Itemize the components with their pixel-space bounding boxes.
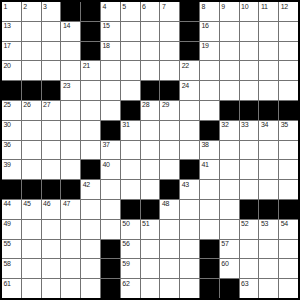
cell-r14c1[interactable]: 58 (2, 259, 21, 278)
cell-r8c2[interactable] (22, 141, 41, 160)
cell-r2c10 (180, 22, 199, 41)
cell-r7c6 (101, 121, 120, 140)
cell-r1c4 (61, 2, 80, 21)
cell-r5c6[interactable] (101, 81, 120, 100)
clue-number: 29 (162, 101, 169, 108)
clue-number: 17 (4, 42, 11, 49)
clue-number: 55 (4, 240, 11, 247)
cell-r5c15[interactable] (279, 81, 298, 100)
clue-number: 18 (102, 42, 109, 49)
cell-r3c9[interactable] (160, 42, 179, 61)
cell-r2c5 (81, 22, 100, 41)
clue-number: 42 (83, 181, 90, 188)
clue-number: 43 (182, 181, 189, 188)
cell-r9c7[interactable] (121, 160, 140, 179)
clue-number: 27 (43, 101, 50, 108)
cell-r8c8[interactable] (141, 141, 160, 160)
cell-r5c7[interactable] (121, 81, 140, 100)
clue-number: 28 (142, 101, 149, 108)
cell-r10c1 (2, 180, 21, 199)
cell-r13c13[interactable] (240, 240, 259, 259)
cell-r14c3[interactable] (42, 259, 61, 278)
cell-r4c15[interactable] (279, 61, 298, 80)
cell-r10c12[interactable] (220, 180, 239, 199)
cell-r15c10[interactable] (180, 279, 199, 298)
cell-r5c2 (22, 81, 41, 100)
clue-number: 36 (4, 141, 11, 148)
clue-number: 63 (241, 280, 248, 287)
cell-r4c14[interactable] (259, 61, 278, 80)
cell-r11c8 (141, 200, 160, 219)
cell-r3c12[interactable] (220, 42, 239, 61)
cell-r9c13[interactable] (240, 160, 259, 179)
cell-r12c3[interactable] (42, 220, 61, 239)
cell-r14c10[interactable] (180, 259, 199, 278)
clue-number: 10 (241, 3, 248, 10)
cell-r2c8[interactable] (141, 22, 160, 41)
cell-r6c4[interactable] (61, 101, 80, 120)
clue-number: 25 (4, 101, 11, 108)
cell-r7c5[interactable] (81, 121, 100, 140)
cell-r6c12 (220, 101, 239, 120)
cell-r6c2[interactable]: 26 (22, 101, 41, 120)
cell-r3c8[interactable] (141, 42, 160, 61)
cell-r3c1[interactable]: 17 (2, 42, 21, 61)
cell-r15c3[interactable] (42, 279, 61, 298)
clue-number: 6 (142, 3, 146, 10)
clue-number: 3 (43, 3, 47, 10)
cell-r12c12[interactable] (220, 220, 239, 239)
cell-r12c8[interactable]: 51 (141, 220, 160, 239)
cell-r8c14[interactable] (259, 141, 278, 160)
cell-r13c9[interactable] (160, 240, 179, 259)
cell-r10c8[interactable] (141, 180, 160, 199)
cell-r15c2[interactable] (22, 279, 41, 298)
cell-r2c1[interactable]: 13 (2, 22, 21, 41)
cell-r13c14[interactable] (259, 240, 278, 259)
cell-r5c11[interactable] (200, 81, 219, 100)
cell-r7c11 (200, 121, 219, 140)
cell-r13c11 (200, 240, 219, 259)
cell-r1c6[interactable]: 4 (101, 2, 120, 21)
cell-r7c10[interactable] (180, 121, 199, 140)
cell-r2c11[interactable]: 16 (200, 22, 219, 41)
crossword-grid: 1234567891011121314151617181920212223242… (0, 0, 300, 300)
cell-r14c8[interactable] (141, 259, 160, 278)
cell-r12c4[interactable] (61, 220, 80, 239)
cell-r13c15[interactable] (279, 240, 298, 259)
cell-r15c14[interactable] (259, 279, 278, 298)
cell-r5c4[interactable]: 23 (61, 81, 80, 100)
clue-number: 21 (83, 62, 90, 69)
cell-r3c4[interactable] (61, 42, 80, 61)
cell-r6c15 (279, 101, 298, 120)
clue-number: 60 (221, 260, 228, 267)
cell-r10c3 (42, 180, 61, 199)
cell-r12c11[interactable] (200, 220, 219, 239)
cell-r9c9[interactable] (160, 160, 179, 179)
clue-number: 15 (102, 22, 109, 29)
cell-r13c1[interactable]: 55 (2, 240, 21, 259)
cell-r14c12[interactable]: 60 (220, 259, 239, 278)
clue-number: 14 (63, 22, 70, 29)
cell-r7c4[interactable] (61, 121, 80, 140)
clue-number: 62 (122, 280, 129, 287)
cell-r3c15[interactable] (279, 42, 298, 61)
cell-r5c13[interactable] (240, 81, 259, 100)
clue-number: 9 (221, 3, 225, 10)
cell-r3c14[interactable] (259, 42, 278, 61)
cell-r12c14[interactable]: 53 (259, 220, 278, 239)
cell-r10c14[interactable] (259, 180, 278, 199)
cell-r14c7[interactable]: 59 (121, 259, 140, 278)
cell-r10c4 (61, 180, 80, 199)
cell-r5c9 (160, 81, 179, 100)
cell-r2c4[interactable]: 14 (61, 22, 80, 41)
clue-number: 31 (122, 121, 129, 128)
clue-number: 44 (4, 200, 11, 207)
clue-number: 45 (23, 200, 30, 207)
cell-r1c8[interactable]: 6 (141, 2, 160, 21)
cell-r15c9[interactable] (160, 279, 179, 298)
cell-r10c9 (160, 180, 179, 199)
cell-r15c11 (200, 279, 219, 298)
cell-r1c11[interactable]: 8 (200, 2, 219, 21)
cell-r13c4[interactable] (61, 240, 80, 259)
clue-number: 13 (4, 22, 11, 29)
cell-r9c10 (180, 160, 199, 179)
clue-number: 54 (281, 220, 288, 227)
cell-r13c2[interactable] (22, 240, 41, 259)
cell-r15c7[interactable]: 62 (121, 279, 140, 298)
cell-r11c4[interactable]: 47 (61, 200, 80, 219)
cell-r10c2 (22, 180, 41, 199)
clue-number: 11 (261, 3, 268, 10)
cell-r8c12[interactable] (220, 141, 239, 160)
cell-r9c4[interactable] (61, 160, 80, 179)
cell-r9c15[interactable] (279, 160, 298, 179)
cell-r3c10 (180, 42, 199, 61)
clue-number: 30 (4, 121, 11, 128)
cell-r10c15[interactable] (279, 180, 298, 199)
clue-number: 37 (102, 141, 109, 148)
clue-number: 2 (23, 3, 27, 10)
cell-r6c1[interactable]: 25 (2, 101, 21, 120)
cell-r5c12[interactable] (220, 81, 239, 100)
cell-r1c5 (81, 2, 100, 21)
clue-number: 41 (201, 161, 208, 168)
cell-r4c7[interactable] (121, 61, 140, 80)
clue-number: 38 (201, 141, 208, 148)
clue-number: 59 (122, 260, 129, 267)
clue-number: 4 (102, 3, 106, 10)
cell-r15c13[interactable]: 63 (240, 279, 259, 298)
cell-r2c6[interactable]: 15 (101, 22, 120, 41)
cell-r13c10[interactable] (180, 240, 199, 259)
clue-number: 48 (162, 200, 169, 207)
cell-r13c5[interactable] (81, 240, 100, 259)
cell-r1c12[interactable]: 9 (220, 2, 239, 21)
cell-r9c3[interactable] (42, 160, 61, 179)
cell-r6c5[interactable] (81, 101, 100, 120)
cell-r6c11[interactable] (200, 101, 219, 120)
cell-r7c7[interactable]: 31 (121, 121, 140, 140)
cell-r6c8[interactable]: 28 (141, 101, 160, 120)
cell-r3c6[interactable]: 18 (101, 42, 120, 61)
cell-r4c12[interactable] (220, 61, 239, 80)
cell-r2c14[interactable] (259, 22, 278, 41)
cell-r7c1[interactable]: 30 (2, 121, 21, 140)
cell-r8c15[interactable] (279, 141, 298, 160)
cell-r8c3[interactable] (42, 141, 61, 160)
cell-r6c6[interactable] (101, 101, 120, 120)
cell-r5c14[interactable] (259, 81, 278, 100)
cell-r4c3[interactable] (42, 61, 61, 80)
cell-r15c6 (101, 279, 120, 298)
cell-r7c3[interactable] (42, 121, 61, 140)
cell-r6c10[interactable] (180, 101, 199, 120)
clue-number: 5 (122, 3, 126, 10)
cell-r2c12[interactable] (220, 22, 239, 41)
cell-r3c5 (81, 42, 100, 61)
cell-r1c7[interactable]: 5 (121, 2, 140, 21)
cell-r8c4[interactable] (61, 141, 80, 160)
cell-r4c2[interactable] (22, 61, 41, 80)
cell-r9c1[interactable]: 39 (2, 160, 21, 179)
cell-r13c7[interactable]: 56 (121, 240, 140, 259)
cell-r4c11[interactable] (200, 61, 219, 80)
cell-r15c8[interactable] (141, 279, 160, 298)
cell-r7c14[interactable]: 34 (259, 121, 278, 140)
cell-r9c12[interactable] (220, 160, 239, 179)
cell-r15c5[interactable] (81, 279, 100, 298)
cell-r3c13[interactable] (240, 42, 259, 61)
cell-r9c11[interactable]: 41 (200, 160, 219, 179)
cell-r13c8[interactable] (141, 240, 160, 259)
cell-r12c2[interactable] (22, 220, 41, 239)
clue-number: 16 (201, 22, 208, 29)
cell-r14c15[interactable] (279, 259, 298, 278)
clue-number: 19 (201, 42, 208, 49)
cell-r5c3 (42, 81, 61, 100)
cell-r4c1[interactable]: 20 (2, 61, 21, 80)
cell-r14c14[interactable] (259, 259, 278, 278)
cell-r14c2[interactable] (22, 259, 41, 278)
cell-r10c5[interactable]: 42 (81, 180, 100, 199)
cell-r4c4[interactable] (61, 61, 80, 80)
clue-number: 35 (281, 121, 288, 128)
cell-r8c9[interactable] (160, 141, 179, 160)
cell-r8c7[interactable] (121, 141, 140, 160)
cell-r14c5[interactable] (81, 259, 100, 278)
cell-r1c3[interactable]: 3 (42, 2, 61, 21)
cell-r11c13 (240, 200, 259, 219)
clue-number: 40 (102, 161, 109, 168)
clue-number: 56 (122, 240, 129, 247)
cell-r7c13[interactable]: 33 (240, 121, 259, 140)
cell-r2c7[interactable] (121, 22, 140, 41)
cell-r3c7[interactable] (121, 42, 140, 61)
cell-r6c13 (240, 101, 259, 120)
cell-r4c13[interactable] (240, 61, 259, 80)
cell-r5c8 (141, 81, 160, 100)
cell-r1c2[interactable]: 2 (22, 2, 41, 21)
cell-r3c2[interactable] (22, 42, 41, 61)
cell-r8c1[interactable]: 36 (2, 141, 21, 160)
cell-r3c3[interactable] (42, 42, 61, 61)
cell-r7c12[interactable]: 32 (220, 121, 239, 140)
clue-number: 7 (162, 3, 166, 10)
clue-number: 26 (23, 101, 30, 108)
cell-r11c1[interactable]: 44 (2, 200, 21, 219)
cell-r14c9[interactable] (160, 259, 179, 278)
clue-number: 53 (261, 220, 268, 227)
cell-r15c4[interactable] (61, 279, 80, 298)
cell-r8c13[interactable] (240, 141, 259, 160)
cell-r11c14 (259, 200, 278, 219)
cell-r15c15[interactable] (279, 279, 298, 298)
cell-r4c5[interactable]: 21 (81, 61, 100, 80)
cell-r7c15[interactable]: 35 (279, 121, 298, 140)
cell-r9c6[interactable]: 40 (101, 160, 120, 179)
cell-r12c5[interactable] (81, 220, 100, 239)
cell-r12c13[interactable]: 52 (240, 220, 259, 239)
cell-r10c7[interactable] (121, 180, 140, 199)
clue-number: 51 (142, 220, 149, 227)
cell-r14c4[interactable] (61, 259, 80, 278)
cell-r10c11[interactable] (200, 180, 219, 199)
clue-number: 39 (4, 161, 11, 168)
cell-r2c2[interactable] (22, 22, 41, 41)
clue-number: 50 (122, 220, 129, 227)
clue-number: 8 (201, 3, 205, 10)
cell-r8c5[interactable] (81, 141, 100, 160)
clue-number: 46 (43, 200, 50, 207)
cell-r13c6 (101, 240, 120, 259)
clue-number: 61 (4, 280, 11, 287)
cell-r12c6[interactable] (101, 220, 120, 239)
cell-r11c9[interactable]: 48 (160, 200, 179, 219)
clue-number: 23 (63, 82, 70, 89)
clue-number: 1 (4, 3, 8, 10)
cell-r4c10[interactable]: 22 (180, 61, 199, 80)
cell-r10c6[interactable] (101, 180, 120, 199)
cell-r9c8[interactable] (141, 160, 160, 179)
cell-r12c9[interactable] (160, 220, 179, 239)
cell-r1c10 (180, 2, 199, 21)
cell-r6c7 (121, 101, 140, 120)
cell-r6c9[interactable]: 29 (160, 101, 179, 120)
cell-r11c7 (121, 200, 140, 219)
clue-number: 12 (281, 3, 288, 10)
cell-r12c7[interactable]: 50 (121, 220, 140, 239)
cell-r6c14 (259, 101, 278, 120)
cell-r1c15[interactable]: 12 (279, 2, 298, 21)
cell-r7c2[interactable] (22, 121, 41, 140)
cell-r11c10[interactable] (180, 200, 199, 219)
clue-number: 20 (4, 62, 11, 69)
cell-r8c6[interactable]: 37 (101, 141, 120, 160)
cell-r7c9[interactable] (160, 121, 179, 140)
cell-r4c6[interactable] (101, 61, 120, 80)
cell-r3c11[interactable]: 19 (200, 42, 219, 61)
cell-r14c13[interactable] (240, 259, 259, 278)
cell-r11c6[interactable] (101, 200, 120, 219)
clue-number: 57 (221, 240, 228, 247)
cell-r2c3[interactable] (42, 22, 61, 41)
cell-r4c8[interactable] (141, 61, 160, 80)
clue-number: 33 (241, 121, 248, 128)
clue-number: 49 (4, 220, 11, 227)
cell-r11c3[interactable]: 46 (42, 200, 61, 219)
cell-r14c11 (200, 259, 219, 278)
clue-number: 52 (241, 220, 248, 227)
cell-r13c3[interactable] (42, 240, 61, 259)
cell-r10c13[interactable] (240, 180, 259, 199)
cell-r2c13[interactable] (240, 22, 259, 41)
cell-r7c8[interactable] (141, 121, 160, 140)
clue-number: 32 (221, 121, 228, 128)
cell-r9c2[interactable] (22, 160, 41, 179)
cell-r15c1[interactable]: 61 (2, 279, 21, 298)
cell-r14c6 (101, 259, 120, 278)
cell-r11c12[interactable] (220, 200, 239, 219)
cell-r15c12 (220, 279, 239, 298)
cell-r11c5[interactable] (81, 200, 100, 219)
cell-r2c9[interactable] (160, 22, 179, 41)
cell-r11c2[interactable]: 45 (22, 200, 41, 219)
clue-number: 24 (182, 82, 189, 89)
cell-r10c10[interactable]: 43 (180, 180, 199, 199)
cell-r5c1 (2, 81, 21, 100)
clue-number: 34 (261, 121, 268, 128)
cell-r1c1[interactable]: 1 (2, 2, 21, 21)
cell-r12c15[interactable]: 54 (279, 220, 298, 239)
cell-r9c5 (81, 160, 100, 179)
cell-r4c9[interactable] (160, 61, 179, 80)
clue-number: 22 (182, 62, 189, 69)
cell-r9c14[interactable] (259, 160, 278, 179)
cell-r8c10[interactable] (180, 141, 199, 160)
clue-number: 58 (4, 260, 11, 267)
cell-r5c5[interactable] (81, 81, 100, 100)
cell-r5c10[interactable]: 24 (180, 81, 199, 100)
cell-r6c3[interactable]: 27 (42, 101, 61, 120)
cell-r12c10[interactable] (180, 220, 199, 239)
clue-number: 47 (63, 200, 70, 207)
cell-r2c15[interactable] (279, 22, 298, 41)
cell-r11c11[interactable] (200, 200, 219, 219)
cell-r1c9[interactable]: 7 (160, 2, 179, 21)
cell-r1c14[interactable]: 11 (259, 2, 278, 21)
cell-r12c1[interactable]: 49 (2, 220, 21, 239)
cell-r8c11[interactable]: 38 (200, 141, 219, 160)
cell-r1c13[interactable]: 10 (240, 2, 259, 21)
cell-r11c15 (279, 200, 298, 219)
cell-r13c12[interactable]: 57 (220, 240, 239, 259)
